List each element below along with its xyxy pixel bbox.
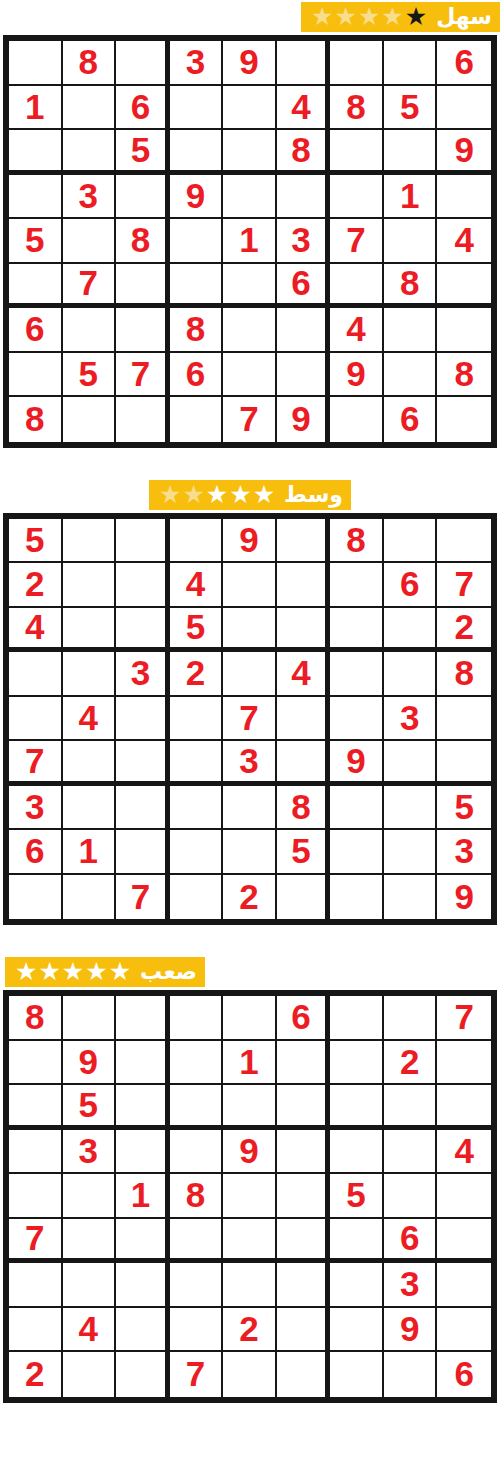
star-icon: ★ [159, 480, 181, 508]
star-rating: ★★★★★ [311, 3, 427, 31]
sudoku-cell[interactable] [170, 697, 224, 742]
sudoku-cell: 6 [384, 397, 438, 442]
sudoku-cell: 6 [277, 264, 331, 309]
sudoku-cell[interactable] [116, 264, 170, 309]
sudoku-cell: 3 [384, 697, 438, 742]
puzzle-hard: ★★★★★ صعب 8679125394185763429276 [0, 957, 500, 1403]
sudoku-cell: 8 [437, 353, 491, 398]
sudoku-cell[interactable] [277, 519, 331, 564]
sudoku-cell[interactable] [170, 519, 224, 564]
sudoku-cell: 3 [63, 1130, 117, 1175]
sudoku-cell[interactable] [437, 1308, 491, 1353]
sudoku-cell: 1 [9, 86, 63, 131]
sudoku-cell: 9 [330, 741, 384, 786]
sudoku-cell[interactable] [170, 397, 224, 442]
sudoku-cell: 2 [170, 652, 224, 697]
sudoku-cell: 1 [116, 1174, 170, 1219]
sudoku-cell[interactable] [437, 86, 491, 131]
sudoku-cell: 3 [116, 652, 170, 697]
star-icon: ★ [182, 480, 204, 508]
sudoku-cell[interactable] [223, 830, 277, 875]
sudoku-cell[interactable] [116, 1085, 170, 1130]
sudoku-cell[interactable] [384, 1085, 438, 1130]
sudoku-cell: 7 [63, 264, 117, 309]
sudoku-cell[interactable] [437, 1219, 491, 1264]
sudoku-cell[interactable] [9, 1041, 63, 1086]
sudoku-cell: 4 [277, 652, 331, 697]
sudoku-cell[interactable] [277, 1308, 331, 1353]
sudoku-cell: 6 [384, 1219, 438, 1264]
sudoku-cell: 8 [63, 41, 117, 86]
difficulty-label: سهل [436, 2, 492, 32]
sudoku-cell[interactable] [330, 1308, 384, 1353]
star-icon: ★ [85, 957, 107, 985]
sudoku-cell: 2 [223, 875, 277, 920]
sudoku-cell[interactable] [223, 786, 277, 831]
sudoku-cell: 8 [170, 1174, 224, 1219]
sudoku-cell[interactable] [63, 875, 117, 920]
sudoku-cell[interactable] [437, 1263, 491, 1308]
sudoku-cell[interactable] [63, 1219, 117, 1264]
sudoku-cell[interactable] [223, 1352, 277, 1397]
sudoku-cell[interactable] [384, 1130, 438, 1175]
sudoku-cell[interactable] [277, 1041, 331, 1086]
sudoku-cell[interactable] [437, 1174, 491, 1219]
sudoku-cell[interactable] [384, 786, 438, 831]
sudoku-cell[interactable] [116, 1308, 170, 1353]
sudoku-cell[interactable] [437, 741, 491, 786]
sudoku-cell[interactable] [116, 1130, 170, 1175]
sudoku-cell: 6 [170, 353, 224, 398]
sudoku-cell[interactable] [277, 875, 331, 920]
sudoku-cell[interactable] [384, 519, 438, 564]
sudoku-cell: 4 [9, 608, 63, 653]
sudoku-cell[interactable] [170, 219, 224, 264]
sudoku-cell[interactable] [9, 1174, 63, 1219]
star-icon: ★ [311, 2, 333, 30]
sudoku-cell[interactable] [63, 1263, 117, 1308]
sudoku-cell: 3 [170, 41, 224, 86]
sudoku-cell[interactable] [116, 786, 170, 831]
sudoku-cell[interactable] [9, 697, 63, 742]
difficulty-banner-hard: ★★★★★ صعب [5, 957, 205, 987]
sudoku-cell[interactable] [384, 1174, 438, 1219]
sudoku-cell[interactable] [384, 1352, 438, 1397]
star-icon: ★ [15, 957, 37, 985]
sudoku-cell: 2 [9, 563, 63, 608]
sudoku-cell[interactable] [277, 1219, 331, 1264]
star-rating: ★★★★★ [159, 481, 275, 509]
difficulty-banner-easy: ★★★★★ سهل [301, 2, 500, 32]
sudoku-cell[interactable] [384, 875, 438, 920]
sudoku-cell[interactable] [116, 519, 170, 564]
sudoku-cell[interactable] [330, 996, 384, 1041]
sudoku-cell[interactable] [437, 308, 491, 353]
sudoku-cell[interactable] [63, 1352, 117, 1397]
sudoku-cell: 9 [170, 175, 224, 220]
sudoku-cell[interactable] [116, 608, 170, 653]
sudoku-cell: 7 [330, 219, 384, 264]
sudoku-cell: 3 [277, 219, 331, 264]
sudoku-cell: 3 [437, 830, 491, 875]
sudoku-cell[interactable] [63, 1174, 117, 1219]
sudoku-grid-easy: 839616485589391581374768684576988796 [3, 35, 497, 448]
sudoku-cell[interactable] [277, 41, 331, 86]
sudoku-cell[interactable] [63, 786, 117, 831]
sudoku-cell[interactable] [384, 608, 438, 653]
sudoku-cell[interactable] [9, 1085, 63, 1130]
sudoku-grid-medium: 598246745232484737393856153729 [3, 513, 497, 926]
sudoku-cell: 7 [116, 353, 170, 398]
sudoku-cell[interactable] [9, 652, 63, 697]
sudoku-cell: 9 [330, 353, 384, 398]
difficulty-banner-medium: ★★★★★ وسط [149, 480, 351, 510]
sudoku-cell[interactable] [330, 652, 384, 697]
sudoku-cell: 7 [170, 1352, 224, 1397]
sudoku-cell[interactable] [116, 1041, 170, 1086]
sudoku-cell[interactable] [384, 741, 438, 786]
sudoku-cell[interactable] [223, 264, 277, 309]
sudoku-cell[interactable] [330, 608, 384, 653]
sudoku-cell: 9 [437, 875, 491, 920]
sudoku-cell: 5 [9, 519, 63, 564]
sudoku-cell[interactable] [116, 563, 170, 608]
sudoku-cell[interactable] [277, 353, 331, 398]
sudoku-cell[interactable] [330, 563, 384, 608]
sudoku-cell[interactable] [223, 1085, 277, 1130]
sudoku-cell[interactable] [63, 130, 117, 175]
sudoku-cell: 4 [63, 697, 117, 742]
star-icon: ★ [335, 2, 357, 30]
sudoku-cell[interactable] [116, 175, 170, 220]
puzzle-medium: ★★★★★ وسط 598246745232484737393856153729 [0, 480, 500, 926]
sudoku-cell: 4 [330, 308, 384, 353]
sudoku-cell: 8 [437, 652, 491, 697]
sudoku-cell[interactable] [9, 264, 63, 309]
sudoku-cell[interactable] [170, 264, 224, 309]
sudoku-cell[interactable] [330, 1219, 384, 1264]
sudoku-cell[interactable] [223, 563, 277, 608]
sudoku-cell[interactable] [277, 1085, 331, 1130]
sudoku-cell[interactable] [223, 652, 277, 697]
sudoku-cell[interactable] [384, 996, 438, 1041]
sudoku-cell[interactable] [437, 697, 491, 742]
sudoku-cell: 9 [63, 1041, 117, 1086]
difficulty-label: صعب [140, 957, 197, 987]
sudoku-cell: 7 [223, 397, 277, 442]
sudoku-cell: 6 [437, 41, 491, 86]
sudoku-cell[interactable] [9, 41, 63, 86]
sudoku-cell: 6 [277, 996, 331, 1041]
sudoku-cell[interactable] [277, 697, 331, 742]
sudoku-cell[interactable] [223, 1263, 277, 1308]
sudoku-cell: 9 [277, 397, 331, 442]
sudoku-cell[interactable] [330, 875, 384, 920]
spacer [0, 925, 500, 955]
sudoku-cell: 6 [9, 308, 63, 353]
star-icon: ★ [253, 480, 275, 508]
sudoku-cell: 2 [384, 1041, 438, 1086]
sudoku-cell[interactable] [330, 175, 384, 220]
sudoku-cell: 4 [437, 219, 491, 264]
sudoku-cell: 8 [277, 130, 331, 175]
sudoku-cell: 9 [223, 1130, 277, 1175]
sudoku-cell: 1 [223, 219, 277, 264]
sudoku-cell: 4 [63, 1308, 117, 1353]
sudoku-cell: 5 [437, 786, 491, 831]
star-icon: ★ [206, 480, 228, 508]
sudoku-cell[interactable] [277, 1263, 331, 1308]
sudoku-cell[interactable] [330, 1085, 384, 1130]
sudoku-cell[interactable] [223, 175, 277, 220]
sudoku-cell[interactable] [9, 1263, 63, 1308]
sudoku-cell: 7 [9, 1219, 63, 1264]
sudoku-cell[interactable] [170, 1308, 224, 1353]
sudoku-cell[interactable] [437, 1085, 491, 1130]
sudoku-cell[interactable] [170, 1219, 224, 1264]
sudoku-cell: 7 [223, 697, 277, 742]
sudoku-cell[interactable] [384, 308, 438, 353]
sudoku-cell[interactable] [170, 130, 224, 175]
sudoku-cell: 6 [9, 830, 63, 875]
sudoku-cell[interactable] [330, 130, 384, 175]
sudoku-cell[interactable] [277, 563, 331, 608]
sudoku-cell[interactable] [330, 786, 384, 831]
sudoku-cell[interactable] [277, 741, 331, 786]
sudoku-cell[interactable] [63, 219, 117, 264]
sudoku-cell[interactable] [9, 1308, 63, 1353]
sudoku-cell[interactable] [116, 741, 170, 786]
sudoku-cell[interactable] [330, 41, 384, 86]
sudoku-cell: 4 [170, 563, 224, 608]
sudoku-cell[interactable] [63, 519, 117, 564]
sudoku-grid-hard: 8679125394185763429276 [3, 990, 497, 1403]
sudoku-cell: 3 [63, 175, 117, 220]
sudoku-cell[interactable] [330, 1041, 384, 1086]
sudoku-cell: 5 [116, 130, 170, 175]
sudoku-cell: 3 [9, 786, 63, 831]
sudoku-cell[interactable] [223, 1219, 277, 1264]
sudoku-cell[interactable] [223, 996, 277, 1041]
sudoku-cell: 8 [116, 219, 170, 264]
sudoku-cell[interactable] [437, 1041, 491, 1086]
difficulty-label: وسط [284, 480, 343, 510]
sudoku-cell: 8 [9, 397, 63, 442]
sudoku-cell: 6 [116, 86, 170, 131]
sudoku-cell[interactable] [170, 1041, 224, 1086]
sudoku-cell: 5 [170, 608, 224, 653]
sudoku-cell: 5 [384, 86, 438, 131]
sudoku-cell: 8 [277, 786, 331, 831]
sudoku-cell[interactable] [330, 264, 384, 309]
sudoku-cell: 7 [437, 563, 491, 608]
sudoku-cell: 8 [330, 86, 384, 131]
sudoku-cell: 9 [384, 1308, 438, 1353]
sudoku-cell: 9 [223, 519, 277, 564]
sudoku-cell[interactable] [330, 1130, 384, 1175]
sudoku-cell: 1 [384, 175, 438, 220]
spacer [0, 448, 500, 478]
sudoku-cell[interactable] [116, 830, 170, 875]
sudoku-cell[interactable] [116, 41, 170, 86]
sudoku-cell: 7 [437, 996, 491, 1041]
sudoku-cell[interactable] [330, 1352, 384, 1397]
sudoku-cell[interactable] [9, 175, 63, 220]
sudoku-cell[interactable] [63, 563, 117, 608]
sudoku-cell[interactable] [63, 308, 117, 353]
sudoku-cell[interactable] [9, 875, 63, 920]
sudoku-cell: 4 [277, 86, 331, 131]
sudoku-cell[interactable] [223, 1174, 277, 1219]
sudoku-cell: 5 [277, 830, 331, 875]
puzzle-easy: ★★★★★ سهل 839616485589391581374768684576… [0, 2, 500, 448]
sudoku-cell: 8 [170, 308, 224, 353]
sudoku-cell: 4 [437, 1130, 491, 1175]
sudoku-cell[interactable] [223, 608, 277, 653]
sudoku-cell[interactable] [170, 786, 224, 831]
sudoku-cell: 9 [437, 130, 491, 175]
star-rating: ★★★★★ [15, 958, 131, 986]
star-icon: ★ [358, 2, 380, 30]
sudoku-cell[interactable] [330, 830, 384, 875]
sudoku-cell: 8 [330, 519, 384, 564]
sudoku-cell[interactable] [63, 397, 117, 442]
sudoku-cell[interactable] [384, 652, 438, 697]
star-icon: ★ [109, 957, 131, 985]
sudoku-cell[interactable] [170, 1263, 224, 1308]
sudoku-cell[interactable] [384, 353, 438, 398]
sudoku-cell[interactable] [63, 608, 117, 653]
sudoku-cell: 9 [223, 41, 277, 86]
sudoku-cell[interactable] [170, 1130, 224, 1175]
sudoku-cell: 5 [63, 353, 117, 398]
sudoku-cell[interactable] [170, 996, 224, 1041]
sudoku-cell[interactable] [63, 741, 117, 786]
star-icon: ★ [229, 480, 251, 508]
sudoku-cell[interactable] [116, 1263, 170, 1308]
sudoku-page: ★★★★★ سهل 839616485589391581374768684576… [0, 2, 500, 1403]
star-icon: ★ [405, 2, 427, 30]
sudoku-cell: 6 [384, 563, 438, 608]
sudoku-cell: 5 [330, 1174, 384, 1219]
sudoku-cell[interactable] [170, 741, 224, 786]
sudoku-cell[interactable] [330, 697, 384, 742]
sudoku-cell[interactable] [437, 519, 491, 564]
sudoku-cell: 7 [116, 875, 170, 920]
sudoku-cell[interactable] [384, 830, 438, 875]
sudoku-cell[interactable] [437, 264, 491, 309]
star-icon: ★ [38, 957, 60, 985]
sudoku-cell: 1 [63, 830, 117, 875]
sudoku-cell: 5 [9, 219, 63, 264]
sudoku-cell[interactable] [384, 219, 438, 264]
sudoku-cell[interactable] [170, 86, 224, 131]
sudoku-cell: 3 [384, 1263, 438, 1308]
sudoku-cell[interactable] [330, 397, 384, 442]
sudoku-cell[interactable] [116, 1352, 170, 1397]
sudoku-cell: 2 [437, 608, 491, 653]
sudoku-cell[interactable] [9, 353, 63, 398]
sudoku-cell: 2 [223, 1308, 277, 1353]
sudoku-cell[interactable] [384, 130, 438, 175]
sudoku-cell[interactable] [170, 875, 224, 920]
sudoku-cell[interactable] [63, 996, 117, 1041]
sudoku-cell[interactable] [170, 830, 224, 875]
sudoku-cell: 5 [63, 1085, 117, 1130]
sudoku-cell[interactable] [116, 1219, 170, 1264]
sudoku-cell: 7 [9, 741, 63, 786]
sudoku-cell[interactable] [9, 130, 63, 175]
sudoku-cell[interactable] [223, 130, 277, 175]
sudoku-cell: 1 [223, 1041, 277, 1086]
sudoku-cell[interactable] [116, 308, 170, 353]
sudoku-cell[interactable] [63, 86, 117, 131]
sudoku-cell[interactable] [9, 1130, 63, 1175]
sudoku-cell[interactable] [63, 652, 117, 697]
sudoku-cell[interactable] [277, 308, 331, 353]
star-icon: ★ [62, 957, 84, 985]
sudoku-cell[interactable] [170, 1085, 224, 1130]
sudoku-cell[interactable] [277, 175, 331, 220]
sudoku-cell[interactable] [384, 41, 438, 86]
sudoku-cell[interactable] [277, 1130, 331, 1175]
sudoku-cell: 3 [223, 741, 277, 786]
sudoku-cell[interactable] [277, 1352, 331, 1397]
sudoku-cell[interactable] [223, 86, 277, 131]
sudoku-cell: 8 [9, 996, 63, 1041]
sudoku-cell[interactable] [330, 1263, 384, 1308]
sudoku-cell[interactable] [223, 353, 277, 398]
sudoku-cell[interactable] [116, 697, 170, 742]
star-icon: ★ [381, 2, 403, 30]
sudoku-cell: 2 [9, 1352, 63, 1397]
sudoku-cell[interactable] [223, 308, 277, 353]
sudoku-cell: 8 [384, 264, 438, 309]
sudoku-cell[interactable] [116, 996, 170, 1041]
sudoku-cell[interactable] [116, 397, 170, 442]
sudoku-cell[interactable] [277, 1174, 331, 1219]
sudoku-cell[interactable] [437, 397, 491, 442]
sudoku-cell: 6 [437, 1352, 491, 1397]
sudoku-cell[interactable] [437, 175, 491, 220]
sudoku-cell[interactable] [277, 608, 331, 653]
